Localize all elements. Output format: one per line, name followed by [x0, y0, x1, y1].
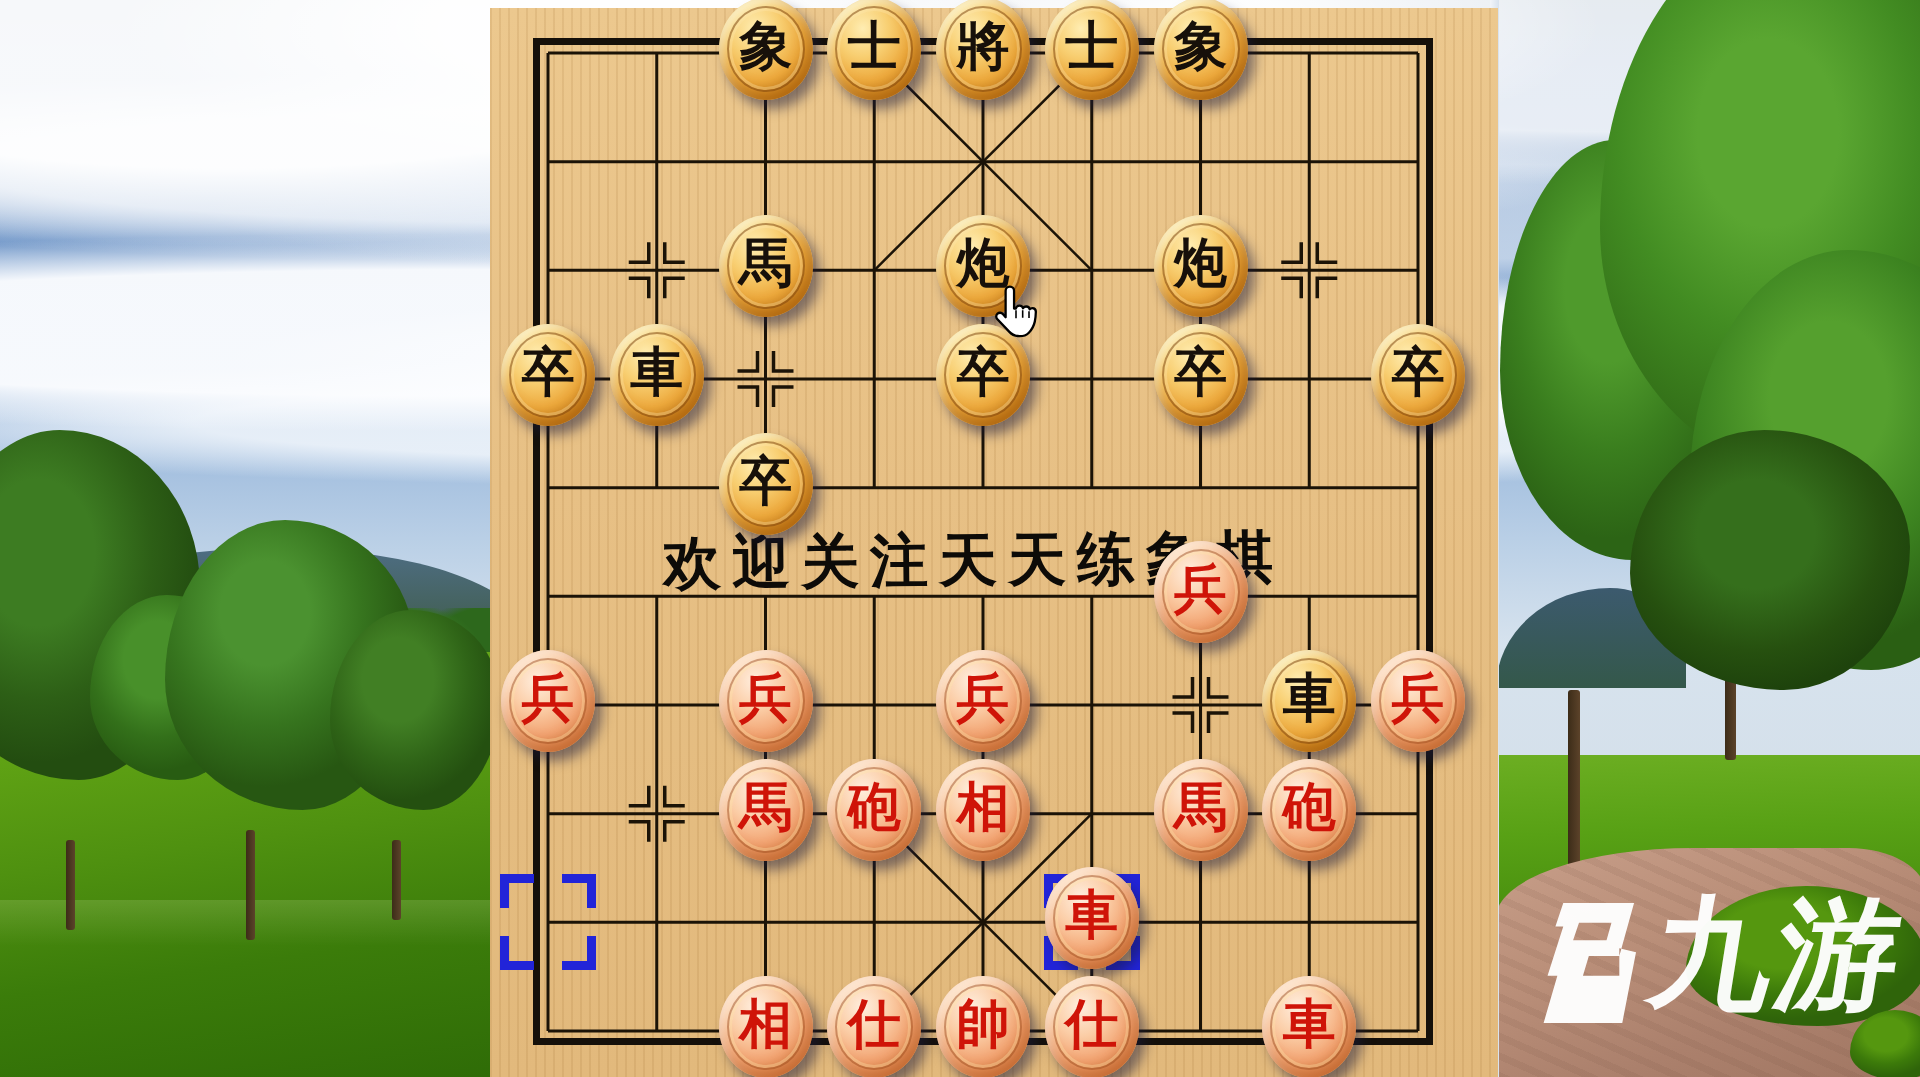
piece-glyph: 砲 — [1262, 759, 1356, 861]
piece-black-soldier[interactable]: 卒 — [501, 324, 595, 426]
point-marker — [1173, 677, 1193, 697]
piece-red-elephant[interactable]: 相 — [936, 759, 1030, 861]
piece-red-chariot[interactable]: 車 — [1045, 867, 1139, 969]
piece-glyph: 車 — [1262, 976, 1356, 1077]
point-marker — [629, 278, 649, 298]
xiangqi-board-panel[interactable]: 欢迎关注天天练象棋 象士將士象馬炮炮卒車卒卒卒卒兵兵兵兵車兵馬砲相馬砲車相仕帥仕… — [490, 8, 1498, 1077]
piece-red-cannon[interactable]: 砲 — [827, 759, 921, 861]
piece-glyph: 將 — [936, 0, 1030, 100]
jiuyou-logo-icon — [1520, 893, 1638, 1031]
point-marker — [738, 351, 758, 371]
piece-red-elephant[interactable]: 相 — [719, 976, 813, 1077]
piece-red-soldier[interactable]: 兵 — [501, 650, 595, 752]
piece-glyph: 仕 — [1045, 976, 1139, 1077]
point-marker — [1281, 242, 1301, 262]
point-marker — [665, 786, 685, 806]
piece-black-elephant[interactable]: 象 — [1154, 0, 1248, 100]
point-marker — [629, 786, 649, 806]
piece-black-general[interactable]: 將 — [936, 0, 1030, 100]
point-marker — [1173, 713, 1193, 733]
tree-canopy — [330, 610, 490, 810]
piece-glyph: 兵 — [1371, 650, 1465, 752]
piece-glyph: 卒 — [501, 324, 595, 426]
piece-glyph: 士 — [1045, 0, 1139, 100]
piece-glyph: 士 — [827, 0, 921, 100]
point-marker — [1281, 278, 1301, 298]
point-marker — [1209, 677, 1229, 697]
piece-glyph: 仕 — [827, 976, 921, 1077]
selection-marker — [500, 874, 596, 970]
piece-red-general[interactable]: 帥 — [936, 976, 1030, 1077]
piece-glyph: 卒 — [1154, 324, 1248, 426]
piece-glyph: 卒 — [1371, 324, 1465, 426]
point-marker — [738, 387, 758, 407]
piece-red-horse[interactable]: 馬 — [719, 759, 813, 861]
point-marker — [1317, 278, 1337, 298]
point-marker — [1209, 713, 1229, 733]
piece-black-soldier[interactable]: 卒 — [1371, 324, 1465, 426]
piece-glyph: 卒 — [719, 433, 813, 535]
piece-glyph: 象 — [1154, 0, 1248, 100]
piece-black-advisor[interactable]: 士 — [827, 0, 921, 100]
piece-black-chariot[interactable]: 車 — [1262, 650, 1356, 752]
piece-glyph: 砲 — [827, 759, 921, 861]
piece-glyph: 馬 — [1154, 759, 1248, 861]
piece-glyph: 兵 — [501, 650, 595, 752]
tree-canopy — [1630, 430, 1910, 690]
background-photo-right: 九游 — [1490, 0, 1920, 1077]
tree-trunk — [246, 830, 255, 940]
piece-red-chariot[interactable]: 車 — [1262, 976, 1356, 1077]
piece-glyph: 馬 — [719, 215, 813, 317]
piece-black-advisor[interactable]: 士 — [1045, 0, 1139, 100]
piece-glyph: 車 — [610, 324, 704, 426]
piece-glyph: 相 — [936, 759, 1030, 861]
piece-black-elephant[interactable]: 象 — [719, 0, 813, 100]
point-marker — [665, 822, 685, 842]
background-photo-left — [0, 0, 490, 1077]
tree-trunk — [392, 840, 401, 920]
tree-trunk — [66, 840, 75, 930]
piece-glyph: 馬 — [719, 759, 813, 861]
piece-glyph: 象 — [719, 0, 813, 100]
piece-glyph: 兵 — [719, 650, 813, 752]
piece-red-soldier[interactable]: 兵 — [936, 650, 1030, 752]
tree-trunk — [1568, 690, 1580, 870]
piece-black-soldier[interactable]: 卒 — [719, 433, 813, 535]
piece-glyph: 車 — [1045, 867, 1139, 969]
piece-red-soldier[interactable]: 兵 — [1371, 650, 1465, 752]
piece-glyph: 兵 — [1154, 541, 1248, 643]
jiuyou-watermark: 九游 — [1520, 893, 1904, 1031]
point-marker — [629, 822, 649, 842]
piece-red-horse[interactable]: 馬 — [1154, 759, 1248, 861]
piece-glyph: 兵 — [936, 650, 1030, 752]
piece-red-advisor[interactable]: 仕 — [1045, 976, 1139, 1077]
piece-black-cannon[interactable]: 炮 — [1154, 215, 1248, 317]
hand-cursor-icon — [993, 284, 1039, 342]
jiuyou-logo-text: 九游 — [1642, 893, 1913, 1015]
piece-glyph: 炮 — [1154, 215, 1248, 317]
point-marker — [629, 242, 649, 262]
piece-glyph: 車 — [1262, 650, 1356, 752]
point-marker — [665, 242, 685, 262]
piece-red-soldier[interactable]: 兵 — [719, 650, 813, 752]
piece-black-soldier[interactable]: 卒 — [1154, 324, 1248, 426]
piece-red-soldier[interactable]: 兵 — [1154, 541, 1248, 643]
point-marker — [774, 351, 794, 371]
piece-glyph: 相 — [719, 976, 813, 1077]
piece-red-advisor[interactable]: 仕 — [827, 976, 921, 1077]
piece-red-cannon[interactable]: 砲 — [1262, 759, 1356, 861]
piece-glyph: 帥 — [936, 976, 1030, 1077]
point-marker — [665, 278, 685, 298]
piece-black-horse[interactable]: 馬 — [719, 215, 813, 317]
point-marker — [1317, 242, 1337, 262]
point-marker — [774, 387, 794, 407]
piece-black-chariot[interactable]: 車 — [610, 324, 704, 426]
